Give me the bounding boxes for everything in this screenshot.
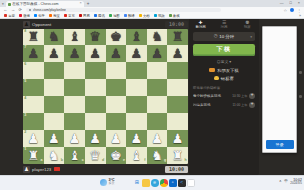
country-flag [54, 167, 60, 171]
tournament-row[interactable]: 每小时快棋竞技场10:30 上午+ [189, 91, 259, 100]
own-avatar-pawn-icon[interactable]: ♟ [23, 166, 30, 173]
trophy-icon [214, 76, 219, 81]
white-pawn-f2[interactable]: ♟ [126, 130, 147, 147]
square-d7[interactable]: ♟ [85, 45, 106, 62]
panel-tab-新对局[interactable]: ✚新对局 [189, 20, 212, 31]
clock-icon: ◷ [214, 34, 218, 39]
tournament-list: 每小时快棋竞技场10:30 上午+闪电竞技场11:00 上午+ [189, 91, 259, 109]
square-a7[interactable]: 7♟ [23, 45, 44, 62]
square-b7[interactable]: ♟ [44, 45, 65, 62]
white-rook-a1[interactable]: ♜ [23, 147, 44, 164]
square-a1[interactable]: 1a♜ [23, 147, 44, 164]
black-pawn-f7[interactable]: ♟ [126, 45, 147, 62]
windows-taskbar: 3°C 多云 ⊞e▫< ∧ 中 10:02 2024/3/5 [0, 175, 304, 190]
opponent-player-bar: ♟ Opponent 10:00 [23, 20, 188, 28]
square-e4[interactable] [106, 96, 127, 113]
taskbar-icons: ⊞e▫< [133, 179, 195, 187]
square-b6[interactable] [44, 62, 65, 79]
own-player-bar: ♟ player123 10:00 [23, 165, 188, 173]
opponent-name[interactable]: Opponent [32, 22, 51, 27]
panel-tab-对局[interactable]: ☰对局 [212, 20, 235, 31]
option-锦标赛[interactable]: 锦标赛 [189, 74, 259, 82]
bookmark-label: 腾讯 [98, 14, 105, 18]
square-h3[interactable] [167, 113, 188, 130]
square-f4[interactable] [126, 96, 147, 113]
bookmark-favicon [154, 14, 157, 17]
chevron-down-icon: ▾ [229, 59, 231, 64]
bookmark-favicon [64, 14, 67, 17]
square-h5[interactable] [167, 79, 188, 96]
square-a3[interactable]: 3 [23, 113, 44, 130]
popup-primary-button[interactable]: 登录 [266, 140, 294, 150]
bookmark-item[interactable]: 百度 [4, 14, 15, 18]
bookmark-label: 京东 [68, 14, 75, 18]
square-g4[interactable] [147, 96, 168, 113]
white-pawn-c2[interactable]: ♟ [64, 130, 85, 147]
code-app-icon[interactable]: < [178, 179, 186, 187]
square-e8[interactable]: ♚ [106, 29, 127, 46]
square-f1[interactable]: f♝ [126, 147, 147, 164]
bookmark-item[interactable]: 知乎 [34, 14, 45, 18]
square-b8[interactable]: ♞ [44, 29, 65, 46]
square-g2[interactable]: ♟ [147, 130, 168, 147]
white-king-e1[interactable]: ♚ [106, 147, 127, 164]
black-pawn-a7[interactable]: ♟ [23, 45, 44, 62]
tray-date: 2024/3/5 [290, 182, 302, 185]
minimize-button[interactable]: — [280, 2, 284, 6]
square-e2[interactable]: ♟ [106, 130, 127, 147]
square-c2[interactable]: ♟ [64, 130, 85, 147]
time-control-select[interactable]: ◷ 10 分钟 ▾ [193, 32, 255, 41]
bookmark-item[interactable]: 象棋 [169, 14, 180, 18]
lock-icon [29, 9, 31, 11]
panel-tabs: ✚新对局☰对局⚉玩家 [189, 19, 259, 31]
black-rook-h8[interactable]: ♜ [167, 29, 188, 46]
rank-label: 6 [24, 63, 26, 67]
bookmark-item[interactable]: 视频 [154, 14, 165, 18]
black-king-e8[interactable]: ♚ [106, 29, 127, 46]
maximize-button[interactable]: □ [289, 2, 291, 6]
square-c5[interactable] [64, 79, 85, 96]
scrollbar-dot[interactable] [299, 95, 302, 98]
white-knight-b1[interactable]: ♞ [44, 147, 65, 164]
chrome-icon[interactable] [160, 179, 168, 187]
browser-menu-icon[interactable]: ⋮ [297, 8, 301, 13]
chess-board: 8♜♞♝♛♚♝♞♜7♟♟♟♟♟♟♟♟65432♟♟♟♟♟♟♟♟1a♜b♞c♝d♛… [23, 29, 188, 164]
rank-label: 5 [24, 80, 26, 84]
black-knight-g8[interactable]: ♞ [147, 29, 168, 46]
square-a5[interactable]: 5 [23, 79, 44, 96]
square-b2[interactable]: ♟ [44, 130, 65, 147]
rank-label: 3 [24, 114, 26, 118]
join-tournament-button[interactable]: + [249, 93, 255, 99]
desktop-screenshot: ▾ 在线下国际象棋 - Chess.com × + — □ × ← → ⟳ ch… [0, 0, 304, 190]
profile-avatar[interactable] [290, 8, 294, 12]
square-g1[interactable]: g♞ [147, 147, 168, 164]
square-h6[interactable] [167, 62, 188, 79]
reload-icon[interactable]: ⟳ [19, 8, 22, 12]
white-app-icon[interactable] [187, 179, 195, 187]
square-d4[interactable] [85, 96, 106, 113]
bookmark-label: 象棋 [173, 14, 180, 18]
tournament-name: 闪电竞技场 [193, 103, 231, 107]
black-pawn-d7[interactable]: ♟ [85, 45, 106, 62]
scrollbar-dot[interactable] [299, 71, 302, 74]
edge-icon[interactable]: e [151, 179, 159, 187]
own-clock: 10:00 [165, 166, 188, 173]
bookmark-item[interactable]: 微博 [19, 14, 30, 18]
black-queen-d8[interactable]: ♛ [85, 29, 106, 46]
bookmark-star-icon[interactable]: ☆ [283, 8, 287, 13]
bookmark-item[interactable]: 翻译 [124, 14, 135, 18]
address-bar[interactable]: chess.com/play/online [26, 8, 221, 12]
url-text: chess.com/play/online [33, 8, 66, 12]
bookmark-favicon [109, 14, 112, 17]
black-pawn-c7[interactable]: ♟ [64, 45, 85, 62]
option-和朋友下棋[interactable]: 和朋友下棋 [189, 66, 259, 74]
browser-tab-bar: ▾ 在线下国际象棋 - Chess.com × + — □ × [0, 0, 304, 7]
white-bishop-c1[interactable]: ♝ [64, 147, 85, 164]
square-h1[interactable]: h♜ [167, 147, 188, 164]
opponent-avatar-pawn-icon[interactable]: ♟ [23, 21, 30, 28]
white-pawn-d2[interactable]: ♟ [85, 130, 106, 147]
bookmark-item[interactable]: 文档 [139, 14, 150, 18]
square-e6[interactable] [106, 62, 127, 79]
panel-tab-label: 新对局 [196, 26, 206, 29]
square-g7[interactable]: ♟ [147, 45, 168, 62]
tab-close-icon[interactable]: × [80, 2, 82, 6]
bookmark-label: 文档 [143, 14, 150, 18]
bookmark-item[interactable]: 网易 [79, 14, 90, 18]
bookmark-label: 微博 [23, 14, 30, 18]
black-pawn-b7[interactable]: ♟ [44, 45, 65, 62]
bookmarks-overflow-icon[interactable]: » [296, 14, 304, 18]
square-b3[interactable] [44, 113, 65, 130]
start-button[interactable]: ⊞ [133, 179, 141, 187]
new-game-panel: ✚新对局☰对局⚉玩家 ◷ 10 分钟 ▾ 下棋 自定义 ▾ 和朋友下棋锦标赛 即… [189, 19, 259, 175]
square-a2[interactable]: 2♟ [23, 130, 44, 147]
black-pawn-e7[interactable]: ♟ [106, 45, 127, 62]
own-name[interactable]: player123 [32, 167, 51, 172]
square-e3[interactable] [106, 113, 127, 130]
panel-options: 和朋友下棋锦标赛 [189, 66, 259, 82]
square-c6[interactable] [64, 62, 85, 79]
square-d1[interactable]: d♛ [85, 147, 106, 164]
square-h4[interactable] [167, 96, 188, 113]
bookmark-favicon [49, 14, 52, 17]
tray-chevron-icon[interactable]: ∧ [279, 180, 282, 184]
square-c4[interactable] [64, 96, 85, 113]
square-f3[interactable] [126, 113, 147, 130]
site-favicon [8, 3, 11, 6]
store-icon[interactable]: ▫ [169, 179, 177, 187]
square-f2[interactable]: ♟ [126, 130, 147, 147]
square-g6[interactable] [147, 62, 168, 79]
play-button[interactable]: 下棋 [193, 44, 255, 56]
panel-tab-玩家[interactable]: ⚉玩家 [236, 20, 259, 31]
square-a6[interactable]: 6 [23, 62, 44, 79]
square-b4[interactable] [44, 96, 65, 113]
ime-indicator[interactable]: 中 [284, 180, 288, 184]
handshake-icon [209, 68, 215, 72]
white-pawn-h2[interactable]: ♟ [167, 130, 188, 147]
custom-link-label: 自定义 [217, 59, 228, 64]
bookmark-label: 网易 [83, 14, 90, 18]
square-e7[interactable]: ♟ [106, 45, 127, 62]
square-h8[interactable]: ♜ [167, 29, 188, 46]
forward-icon[interactable]: → [11, 8, 15, 12]
square-h7[interactable]: ♟ [167, 45, 188, 62]
chevron-down-icon: ▾ [250, 35, 252, 39]
file-explorer-icon[interactable] [142, 179, 150, 187]
black-bishop-f8[interactable]: ♝ [126, 29, 147, 46]
square-g5[interactable] [147, 79, 168, 96]
tournament-row[interactable]: 闪电竞技场11:00 上午+ [189, 100, 259, 109]
square-c3[interactable] [64, 113, 85, 130]
bookmark-label: 视频 [158, 14, 165, 18]
chess-site-page: ♟ Opponent 10:00 8♜♞♝♛♚♝♞♜7♟♟♟♟♟♟♟♟65432… [0, 19, 304, 175]
black-pawn-h7[interactable]: ♟ [167, 45, 188, 62]
square-c7[interactable]: ♟ [64, 45, 85, 62]
white-rook-h1[interactable]: ♜ [167, 147, 188, 164]
square-f8[interactable]: ♝ [126, 29, 147, 46]
square-g8[interactable]: ♞ [147, 29, 168, 46]
square-d5[interactable] [85, 79, 106, 96]
taskbar-clock[interactable]: 10:02 2024/3/5 [290, 178, 302, 185]
bookmark-item[interactable]: 地图 [109, 14, 120, 18]
upcoming-tournaments-title: 即将举行的锦标赛 [193, 86, 255, 90]
bookmark-item[interactable]: 腾讯 [94, 14, 105, 18]
square-g3[interactable] [147, 113, 168, 130]
back-icon[interactable]: ← [4, 8, 8, 12]
white-pawn-a2[interactable]: ♟ [23, 130, 44, 147]
square-e1[interactable]: e♚ [106, 147, 127, 164]
white-pawn-b2[interactable]: ♟ [44, 130, 65, 147]
weather-condition: 多云 [109, 182, 115, 185]
custom-game-link[interactable]: 自定义 ▾ [189, 58, 259, 64]
tournament-time: 11:00 上午 [233, 103, 248, 107]
system-tray: ∧ 中 10:02 2024/3/5 [279, 178, 302, 185]
white-bishop-f1[interactable]: ♝ [126, 147, 147, 164]
tab-search-icon[interactable]: ▾ [2, 2, 4, 6]
bookmark-favicon [34, 14, 37, 17]
bookmark-favicon [79, 14, 82, 17]
widgets-button[interactable]: 3°C 多云 [100, 179, 115, 186]
white-pawn-g2[interactable]: ♟ [147, 130, 168, 147]
bookmark-items: 百度微博知乎淘宝京东网易腾讯地图翻译文档视频象棋 [0, 14, 296, 18]
square-h2[interactable]: ♟ [167, 130, 188, 147]
bookmark-favicon [94, 14, 97, 17]
panel-tab-label: 玩家 [244, 26, 251, 29]
square-e5[interactable] [106, 79, 127, 96]
option-label: 锦标赛 [221, 76, 234, 81]
square-d8[interactable]: ♛ [85, 29, 106, 46]
bookmark-favicon [4, 14, 7, 17]
square-f7[interactable]: ♟ [126, 45, 147, 62]
black-knight-b8[interactable]: ♞ [44, 29, 65, 46]
square-a4[interactable]: 4 [23, 96, 44, 113]
new-tab-button[interactable]: + [87, 1, 90, 6]
bookmark-label: 地图 [113, 14, 120, 18]
join-tournament-button[interactable]: + [249, 102, 255, 108]
square-a8[interactable]: 8♜ [23, 29, 44, 46]
bookmark-item[interactable]: 淘宝 [49, 14, 60, 18]
bookmark-favicon [124, 14, 127, 17]
square-f5[interactable] [126, 79, 147, 96]
square-d6[interactable] [85, 62, 106, 79]
bookmark-favicon [139, 14, 142, 17]
bookmark-label: 知乎 [38, 14, 45, 18]
black-bishop-c8[interactable]: ♝ [64, 29, 85, 46]
time-control-value: 10 分钟 [219, 34, 234, 39]
square-c1[interactable]: c♝ [64, 147, 85, 164]
white-queen-d1[interactable]: ♛ [85, 147, 106, 164]
rank-label: 4 [24, 97, 26, 101]
black-pawn-g7[interactable]: ♟ [147, 45, 168, 62]
bookmark-favicon [19, 14, 22, 17]
panel-tab-label: 对局 [221, 26, 228, 29]
tab-title: 在线下国际象棋 - Chess.com [12, 2, 78, 6]
white-knight-g1[interactable]: ♞ [147, 147, 168, 164]
tournament-name: 每小时快棋竞技场 [193, 94, 231, 98]
opponent-clock: 10:00 [165, 21, 188, 28]
popup-window[interactable]: 登录 [262, 26, 297, 153]
square-d3[interactable] [85, 113, 106, 130]
white-pawn-e2[interactable]: ♟ [106, 130, 127, 147]
black-rook-a8[interactable]: ♜ [23, 29, 44, 46]
option-label: 和朋友下棋 [217, 68, 238, 73]
bookmark-label: 百度 [8, 14, 15, 18]
bookmark-label: 淘宝 [53, 14, 60, 18]
square-b5[interactable] [44, 79, 65, 96]
tournament-time: 10:30 上午 [232, 94, 247, 98]
square-b1[interactable]: b♞ [44, 147, 65, 164]
square-f6[interactable] [126, 62, 147, 79]
square-d2[interactable]: ♟ [85, 130, 106, 147]
square-c8[interactable]: ♝ [64, 29, 85, 46]
close-button[interactable]: × [298, 2, 300, 6]
bookmark-item[interactable]: 京东 [64, 14, 75, 18]
bookmark-favicon [169, 14, 172, 17]
bookmark-label: 翻译 [128, 14, 135, 18]
weather-icon [100, 179, 107, 186]
